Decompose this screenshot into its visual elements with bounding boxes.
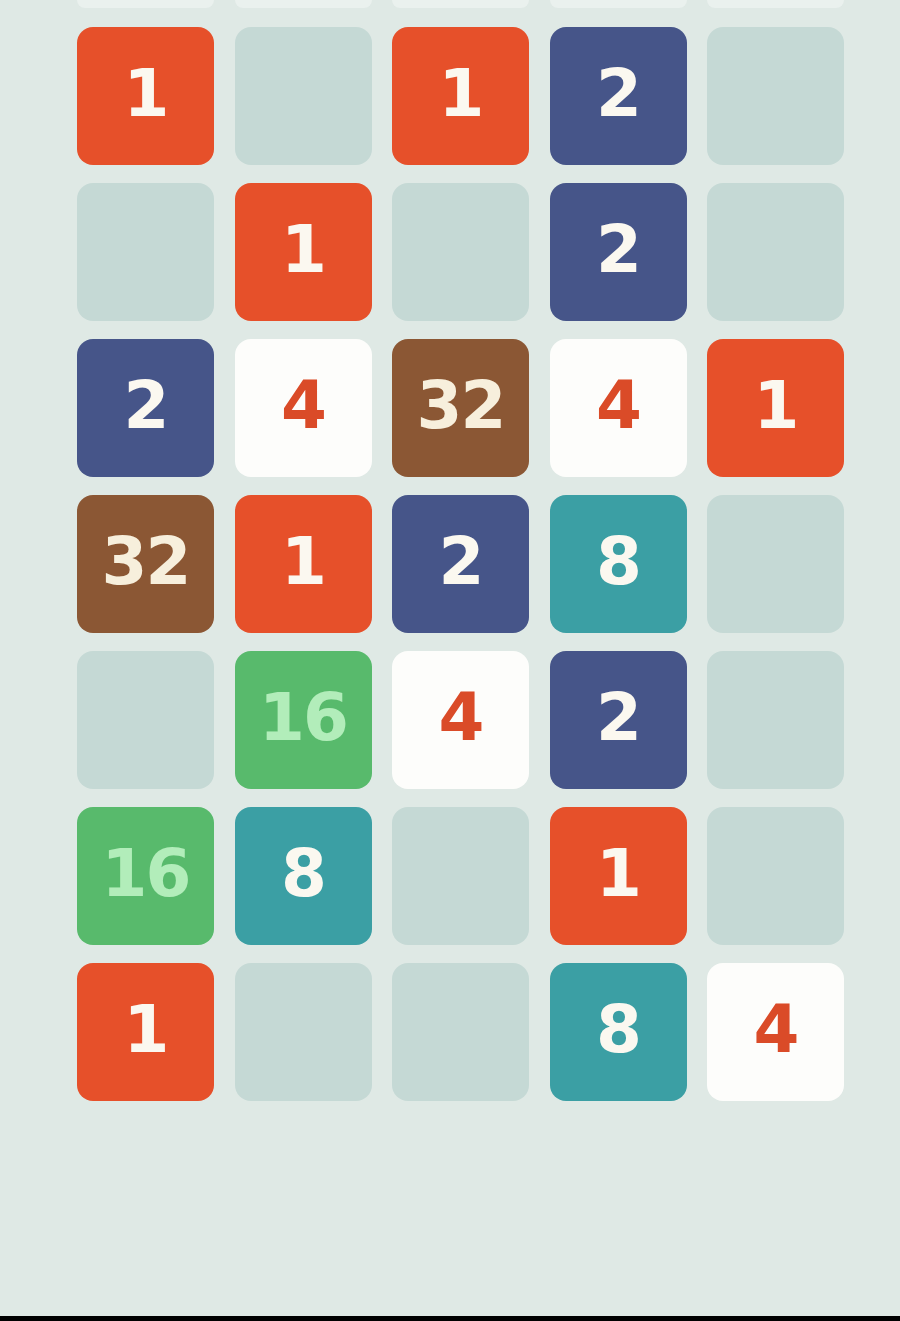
tile-8[interactable]: 8 <box>550 963 687 1101</box>
tile-8[interactable]: 8 <box>235 807 372 945</box>
cutoff-tile-bottom-sliver <box>235 0 372 8</box>
tile-value: 8 <box>596 997 640 1063</box>
empty-cell <box>392 963 529 1101</box>
tile-value: 2 <box>124 373 168 439</box>
tile-16[interactable]: 16 <box>235 651 372 789</box>
tile-16[interactable]: 16 <box>77 807 214 945</box>
cutoff-tile-bottom-sliver <box>392 0 529 8</box>
tile-1[interactable]: 1 <box>392 27 529 165</box>
game-screen: 112122432413212816421681184 <box>0 0 900 1321</box>
tile-value: 8 <box>281 841 325 907</box>
tile-value: 2 <box>439 529 483 595</box>
empty-cell <box>392 183 529 321</box>
empty-cell <box>392 807 529 945</box>
tile-value: 2 <box>596 217 640 283</box>
empty-cell <box>707 183 844 321</box>
tile-4[interactable]: 4 <box>392 651 529 789</box>
tile-value: 1 <box>281 217 325 283</box>
tile-32[interactable]: 32 <box>392 339 529 477</box>
tile-value: 8 <box>596 529 640 595</box>
tile-value: 4 <box>439 685 483 751</box>
tile-2[interactable]: 2 <box>550 27 687 165</box>
cutoff-tile-bottom-sliver <box>707 0 844 8</box>
empty-cell <box>707 807 844 945</box>
tile-1[interactable]: 1 <box>235 183 372 321</box>
tile-value: 32 <box>102 529 190 595</box>
tile-4[interactable]: 4 <box>235 339 372 477</box>
tile-value: 32 <box>417 373 505 439</box>
tile-value: 1 <box>124 61 168 127</box>
empty-cell <box>707 27 844 165</box>
tile-value: 1 <box>596 841 640 907</box>
tile-4[interactable]: 4 <box>550 339 687 477</box>
empty-cell <box>235 27 372 165</box>
tile-value: 2 <box>596 61 640 127</box>
tile-value: 1 <box>124 997 168 1063</box>
empty-cell <box>707 651 844 789</box>
tile-value: 2 <box>596 685 640 751</box>
tile-32[interactable]: 32 <box>77 495 214 633</box>
tile-value: 1 <box>439 61 483 127</box>
game-board[interactable]: 112122432413212816421681184 <box>77 27 844 1101</box>
cutoff-tile-bottom-sliver <box>77 0 214 8</box>
tile-value: 1 <box>281 529 325 595</box>
tile-value: 4 <box>754 997 798 1063</box>
tile-8[interactable]: 8 <box>550 495 687 633</box>
empty-cell <box>77 183 214 321</box>
bottom-letterbox-bar <box>0 1316 900 1321</box>
tile-value: 16 <box>102 841 190 907</box>
tile-2[interactable]: 2 <box>550 651 687 789</box>
tile-2[interactable]: 2 <box>77 339 214 477</box>
tile-value: 4 <box>281 373 325 439</box>
tile-1[interactable]: 1 <box>550 807 687 945</box>
tile-2[interactable]: 2 <box>550 183 687 321</box>
tile-value: 1 <box>754 373 798 439</box>
tile-1[interactable]: 1 <box>707 339 844 477</box>
tile-1[interactable]: 1 <box>77 963 214 1101</box>
cutoff-tile-bottom-sliver <box>550 0 687 8</box>
empty-cell <box>707 495 844 633</box>
empty-cell <box>77 651 214 789</box>
tile-2[interactable]: 2 <box>392 495 529 633</box>
tile-value: 16 <box>259 685 347 751</box>
tile-1[interactable]: 1 <box>77 27 214 165</box>
tile-value: 4 <box>596 373 640 439</box>
empty-cell <box>235 963 372 1101</box>
tile-1[interactable]: 1 <box>235 495 372 633</box>
tile-4[interactable]: 4 <box>707 963 844 1101</box>
